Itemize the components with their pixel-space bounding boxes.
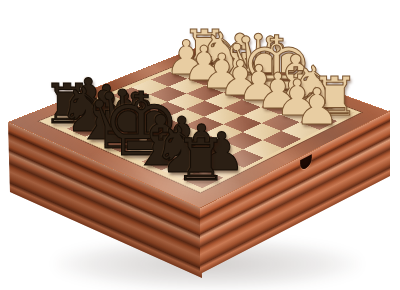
chess-set-photo: ♜♞♟♝♟♛♟♚♟♝♟♞♟♟♜♟♟♜♟♟♞♟♝♟♛♟♚♟♝♟♞♜: [0, 0, 400, 290]
piece-black-rook[interactable]: ♜: [175, 132, 227, 190]
lid-finger-notch: [300, 154, 312, 171]
piece-white-pawn[interactable]: ♟: [295, 82, 340, 132]
